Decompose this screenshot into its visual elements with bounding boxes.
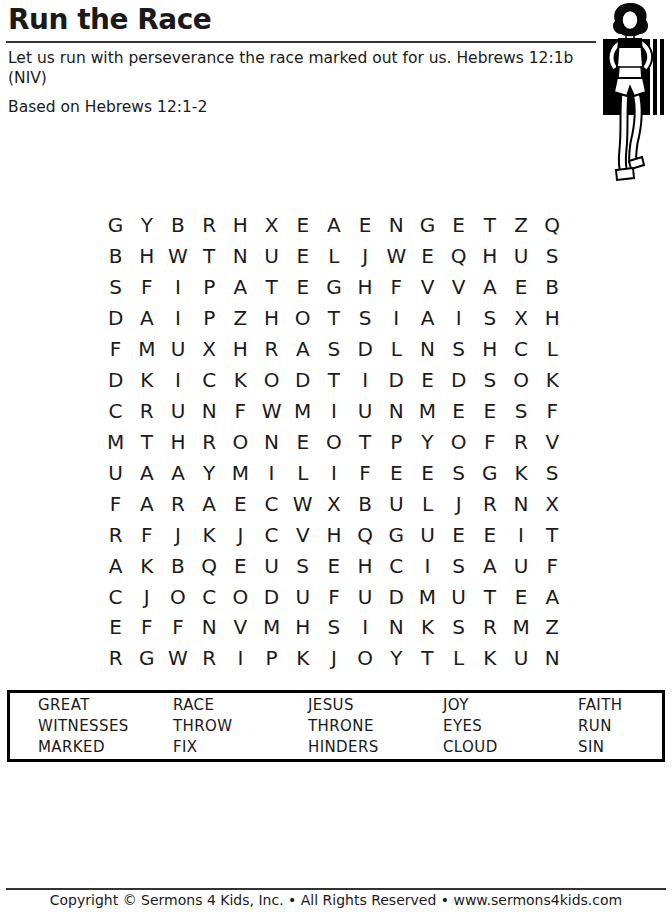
grid-cell-r15c9[interactable]: O [350,643,381,674]
grid-cell-r14c5[interactable]: V [225,612,256,643]
grid-cell-r3c10[interactable]: F [381,272,412,303]
grid-cell-r1c10[interactable]: N [381,210,412,241]
grid-cell-r7c14[interactable]: S [505,396,536,427]
grid-cell-r8c1[interactable]: M [100,426,131,457]
grid-cell-r5c5[interactable]: H [225,334,256,365]
grid-cell-r14c13[interactable]: R [474,612,505,643]
grid-cell-r12c8[interactable]: E [318,550,349,581]
grid-cell-r11c1[interactable]: R [100,519,131,550]
grid-cell-r11c9[interactable]: Q [350,519,381,550]
grid-cell-r9c8[interactable]: I [318,457,349,488]
grid-cell-r5c11[interactable]: N [412,334,443,365]
grid-cell-r3c13[interactable]: A [474,272,505,303]
grid-cell-r7c12[interactable]: E [443,396,474,427]
grid-cell-r15c4[interactable]: R [194,643,225,674]
grid-cell-r5c1[interactable]: F [100,334,131,365]
footer-divider [6,888,666,890]
grid-cell-r4c10[interactable]: I [381,303,412,334]
grid-cell-r3c1[interactable]: S [100,272,131,303]
grid-cell-r13c3[interactable]: O [162,581,193,612]
grid-cell-r6c12[interactable]: D [443,365,474,396]
grid-cell-r15c15[interactable]: N [537,643,568,674]
grid-cell-r3c2[interactable]: F [131,272,162,303]
grid-cell-r11c11[interactable]: U [412,519,443,550]
grid-cell-r6c1[interactable]: D [100,365,131,396]
grid-cell-r5c2[interactable]: M [131,334,162,365]
grid-cell-r14c15[interactable]: Z [537,612,568,643]
grid-cell-r1c6[interactable]: X [256,210,287,241]
grid-cell-r13c14[interactable]: E [505,581,536,612]
grid-cell-r4c13[interactable]: S [474,303,505,334]
grid-cell-r10c11[interactable]: L [412,488,443,519]
grid-cell-r7c3[interactable]: U [162,396,193,427]
grid-cell-r13c4[interactable]: C [194,581,225,612]
word-hinders[interactable]: HINDERS [308,737,443,758]
grid-cell-r7c5[interactable]: F [225,396,256,427]
grid-cell-r11c13[interactable]: E [474,519,505,550]
grid-cell-r6c13[interactable]: S [474,365,505,396]
grid-cell-r13c15[interactable]: A [537,581,568,612]
grid-cell-r6c4[interactable]: C [194,365,225,396]
grid-cell-r15c10[interactable]: Y [381,643,412,674]
grid-cell-r3c3[interactable]: I [162,272,193,303]
grid-cell-r2c6[interactable]: U [256,241,287,272]
grid-cell-r7c11[interactable]: M [412,396,443,427]
grid-cell-r8c4[interactable]: R [194,426,225,457]
grid-cell-r5c3[interactable]: U [162,334,193,365]
grid-cell-r12c9[interactable]: H [350,550,381,581]
word-list-box: GREATRACEJESUSJOYFAITHWITNESSESTHROWTHRO… [7,690,665,762]
word-search-grid[interactable]: GYBRHXEAENGETZQBHWTNUELJWEQHUSSFIPATEGHF… [100,210,568,674]
grid-cell-r5c9[interactable]: D [350,334,381,365]
grid-cell-r3c9[interactable]: H [350,272,381,303]
grid-cell-r7c4[interactable]: N [194,396,225,427]
grid-cell-r8c15[interactable]: V [537,426,568,457]
grid-cell-r1c2[interactable]: Y [131,210,162,241]
grid-cell-r5c6[interactable]: R [256,334,287,365]
grid-cell-r9c13[interactable]: G [474,457,505,488]
grid-cell-r1c12[interactable]: E [443,210,474,241]
grid-cell-r4c6[interactable]: H [256,303,287,334]
grid-cell-r8c6[interactable]: N [256,426,287,457]
grid-cell-r2c3[interactable]: W [162,241,193,272]
grid-cell-r13c9[interactable]: U [350,581,381,612]
grid-cell-r6c3[interactable]: I [162,365,193,396]
word-list: GREATRACEJESUSJOYFAITHWITNESSESTHROWTHRO… [10,695,665,758]
grid-cell-r11c6[interactable]: C [256,519,287,550]
grid-cell-r9c2[interactable]: A [131,457,162,488]
grid-cell-r1c15[interactable]: Q [537,210,568,241]
grid-cell-r7c13[interactable]: E [474,396,505,427]
grid-cell-r10c15[interactable]: X [537,488,568,519]
grid-cell-r6c15[interactable]: K [537,365,568,396]
grid-cell-r2c10[interactable]: W [381,241,412,272]
grid-cell-r14c3[interactable]: F [162,612,193,643]
grid-cell-r7c2[interactable]: R [131,396,162,427]
grid-cell-r7c7[interactable]: M [287,396,318,427]
grid-cell-r8c11[interactable]: Y [412,426,443,457]
runner-icon [592,3,670,187]
grid-cell-r11c10[interactable]: G [381,519,412,550]
grid-cell-r6c5[interactable]: K [225,365,256,396]
grid-cell-r2c12[interactable]: Q [443,241,474,272]
grid-cell-r6c7[interactable]: D [287,365,318,396]
grid-cell-r10c2[interactable]: A [131,488,162,519]
word-faith[interactable]: FAITH [578,695,665,716]
grid-cell-r8c14[interactable]: R [505,426,536,457]
grid-cell-r9c9[interactable]: F [350,457,381,488]
grid-cell-r10c3[interactable]: R [162,488,193,519]
grid-cell-r4c4[interactable]: P [194,303,225,334]
grid-cell-r13c6[interactable]: D [256,581,287,612]
grid-cell-r12c3[interactable]: B [162,550,193,581]
grid-cell-r2c11[interactable]: E [412,241,443,272]
grid-cell-r15c12[interactable]: L [443,643,474,674]
grid-cell-r11c15[interactable]: T [537,519,568,550]
grid-cell-r4c9[interactable]: S [350,303,381,334]
grid-cell-r13c13[interactable]: T [474,581,505,612]
grid-cell-r15c6[interactable]: P [256,643,287,674]
grid-cell-r2c9[interactable]: J [350,241,381,272]
grid-cell-r10c14[interactable]: N [505,488,536,519]
grid-cell-r11c8[interactable]: H [318,519,349,550]
page-title: Run the Race [8,3,211,36]
grid-cell-r13c12[interactable]: U [443,581,474,612]
grid-cell-r10c7[interactable]: W [287,488,318,519]
grid-cell-r9c3[interactable]: A [162,457,193,488]
grid-cell-r9c5[interactable]: M [225,457,256,488]
grid-cell-r4c15[interactable]: H [537,303,568,334]
grid-cell-r3c15[interactable]: B [537,272,568,303]
grid-cell-r6c9[interactable]: I [350,365,381,396]
word-eyes[interactable]: EYES [443,716,578,737]
grid-cell-r10c9[interactable]: B [350,488,381,519]
grid-cell-r14c12[interactable]: S [443,612,474,643]
grid-cell-r13c2[interactable]: J [131,581,162,612]
worksheet-page: Run the Race Let us run with perseveranc… [0,0,672,912]
grid-cell-r7c8[interactable]: I [318,396,349,427]
grid-cell-r6c6[interactable]: O [256,365,287,396]
grid-cell-r4c7[interactable]: O [287,303,318,334]
grid-cell-r1c9[interactable]: E [350,210,381,241]
word-joy[interactable]: JOY [443,695,578,716]
grid-cell-r15c8[interactable]: J [318,643,349,674]
grid-cell-r9c7[interactable]: L [287,457,318,488]
grid-cell-r14c8[interactable]: S [318,612,349,643]
grid-cell-r14c14[interactable]: M [505,612,536,643]
grid-cell-r12c6[interactable]: U [256,550,287,581]
grid-cell-r7c15[interactable]: F [537,396,568,427]
grid-cell-r2c1[interactable]: B [100,241,131,272]
grid-cell-r10c4[interactable]: A [194,488,225,519]
word-marked[interactable]: MARKED [38,737,173,758]
grid-cell-r10c6[interactable]: C [256,488,287,519]
grid-cell-r14c6[interactable]: M [256,612,287,643]
grid-cell-r15c2[interactable]: G [131,643,162,674]
grid-cell-r13c1[interactable]: C [100,581,131,612]
grid-cell-r5c7[interactable]: A [287,334,318,365]
grid-cell-r12c13[interactable]: A [474,550,505,581]
grid-cell-r1c4[interactable]: R [194,210,225,241]
grid-cell-r9c4[interactable]: Y [194,457,225,488]
grid-cell-r7c10[interactable]: N [381,396,412,427]
grid-cell-r5c14[interactable]: C [505,334,536,365]
grid-cell-r1c5[interactable]: H [225,210,256,241]
word-run[interactable]: RUN [578,716,665,737]
grid-cell-r3c6[interactable]: T [256,272,287,303]
grid-cell-r6c14[interactable]: O [505,365,536,396]
grid-cell-r8c13[interactable]: F [474,426,505,457]
grid-cell-r7c1[interactable]: C [100,396,131,427]
grid-cell-r8c9[interactable]: T [350,426,381,457]
grid-cell-r9c1[interactable]: U [100,457,131,488]
grid-cell-r4c11[interactable]: A [412,303,443,334]
grid-cell-r12c7[interactable]: S [287,550,318,581]
word-throne[interactable]: THRONE [308,716,443,737]
grid-cell-r15c13[interactable]: K [474,643,505,674]
grid-cell-r12c12[interactable]: S [443,550,474,581]
grid-cell-r4c12[interactable]: I [443,303,474,334]
grid-cell-r8c12[interactable]: O [443,426,474,457]
grid-cell-r5c8[interactable]: S [318,334,349,365]
grid-cell-r9c12[interactable]: S [443,457,474,488]
grid-cell-r3c14[interactable]: E [505,272,536,303]
grid-cell-r11c5[interactable]: J [225,519,256,550]
grid-cell-r11c12[interactable]: E [443,519,474,550]
grid-cell-r1c1[interactable]: G [100,210,131,241]
word-race[interactable]: RACE [173,695,308,716]
grid-cell-r10c12[interactable]: J [443,488,474,519]
grid-cell-r12c1[interactable]: A [100,550,131,581]
grid-cell-r4c14[interactable]: X [505,303,536,334]
grid-cell-r8c10[interactable]: P [381,426,412,457]
grid-cell-r11c3[interactable]: J [162,519,193,550]
grid-cell-r5c13[interactable]: H [474,334,505,365]
grid-cell-r3c7[interactable]: E [287,272,318,303]
grid-cell-r15c3[interactable]: W [162,643,193,674]
grid-cell-r3c12[interactable]: V [443,272,474,303]
grid-cell-r1c14[interactable]: Z [505,210,536,241]
grid-cell-r9c11[interactable]: E [412,457,443,488]
grid-cell-r1c8[interactable]: A [318,210,349,241]
grid-cell-r12c4[interactable]: Q [194,550,225,581]
grid-cell-r9c15[interactable]: S [537,457,568,488]
grid-cell-r15c11[interactable]: T [412,643,443,674]
word-sin[interactable]: SIN [578,737,665,758]
grid-cell-r4c8[interactable]: T [318,303,349,334]
grid-cell-r4c5[interactable]: Z [225,303,256,334]
grid-cell-r14c11[interactable]: K [412,612,443,643]
grid-cell-r2c8[interactable]: L [318,241,349,272]
grid-cell-r2c7[interactable]: E [287,241,318,272]
grid-cell-r15c5[interactable]: I [225,643,256,674]
grid-cell-r1c3[interactable]: B [162,210,193,241]
grid-cell-r14c2[interactable]: F [131,612,162,643]
runner-illustration [592,3,670,187]
grid-cell-r12c15[interactable]: F [537,550,568,581]
grid-cell-r8c7[interactable]: E [287,426,318,457]
grid-cell-r7c6[interactable]: W [256,396,287,427]
word-witnesses[interactable]: WITNESSES [38,716,173,737]
grid-cell-r14c10[interactable]: N [381,612,412,643]
grid-cell-r2c15[interactable]: S [537,241,568,272]
grid-cell-r8c5[interactable]: O [225,426,256,457]
grid-cell-r6c8[interactable]: T [318,365,349,396]
grid-cell-r6c2[interactable]: K [131,365,162,396]
grid-cell-r3c11[interactable]: V [412,272,443,303]
title-divider [6,41,596,43]
grid-cell-r1c13[interactable]: T [474,210,505,241]
grid-cell-r10c5[interactable]: E [225,488,256,519]
grid-cell-r8c8[interactable]: O [318,426,349,457]
grid-cell-r14c9[interactable]: I [350,612,381,643]
grid-cell-r5c12[interactable]: S [443,334,474,365]
word-throw[interactable]: THROW [173,716,308,737]
copyright-text: Copyright © Sermons 4 Kids, Inc. • All R… [0,892,672,908]
word-great[interactable]: GREAT [38,695,173,716]
grid-cell-r4c2[interactable]: A [131,303,162,334]
grid-cell-r1c7[interactable]: E [287,210,318,241]
grid-cell-r10c8[interactable]: X [318,488,349,519]
grid-cell-r13c10[interactable]: D [381,581,412,612]
grid-cell-r2c5[interactable]: N [225,241,256,272]
verse-text: Let us run with perseverance the race ma… [8,49,594,88]
grid-cell-r7c9[interactable]: U [350,396,381,427]
grid-cell-r15c7[interactable]: K [287,643,318,674]
grid-cell-r3c8[interactable]: G [318,272,349,303]
grid-cell-r10c1[interactable]: F [100,488,131,519]
grid-cell-r5c10[interactable]: L [381,334,412,365]
grid-cell-r9c6[interactable]: I [256,457,287,488]
grid-cell-r6c11[interactable]: E [412,365,443,396]
grid-cell-r12c14[interactable]: U [505,550,536,581]
grid-cell-r4c1[interactable]: D [100,303,131,334]
word-fix[interactable]: FIX [173,737,308,758]
grid-cell-r12c5[interactable]: E [225,550,256,581]
grid-cell-r11c4[interactable]: K [194,519,225,550]
grid-cell-r2c4[interactable]: T [194,241,225,272]
grid-cell-r12c10[interactable]: C [381,550,412,581]
word-jesus[interactable]: JESUS [308,695,443,716]
grid-cell-r11c7[interactable]: V [287,519,318,550]
grid-cell-r8c3[interactable]: H [162,426,193,457]
grid-cell-r13c5[interactable]: O [225,581,256,612]
grid-cell-r1c11[interactable]: G [412,210,443,241]
grid-cell-r11c2[interactable]: F [131,519,162,550]
grid-cell-r9c10[interactable]: E [381,457,412,488]
grid-cell-r6c10[interactable]: D [381,365,412,396]
grid-cell-r3c4[interactable]: P [194,272,225,303]
grid-cell-r5c15[interactable]: L [537,334,568,365]
grid-cell-r12c11[interactable]: I [412,550,443,581]
grid-cell-r2c14[interactable]: U [505,241,536,272]
grid-cell-r8c2[interactable]: T [131,426,162,457]
grid-cell-r13c7[interactable]: U [287,581,318,612]
grid-cell-r11c14[interactable]: I [505,519,536,550]
grid-cell-r14c4[interactable]: N [194,612,225,643]
grid-cell-r2c13[interactable]: H [474,241,505,272]
grid-cell-r13c8[interactable]: F [318,581,349,612]
grid-cell-r14c7[interactable]: H [287,612,318,643]
grid-cell-r3c5[interactable]: A [225,272,256,303]
grid-cell-r10c10[interactable]: U [381,488,412,519]
grid-cell-r14c1[interactable]: E [100,612,131,643]
grid-cell-r5c4[interactable]: X [194,334,225,365]
word-cloud[interactable]: CLOUD [443,737,578,758]
grid-cell-r13c11[interactable]: M [412,581,443,612]
based-on-text: Based on Hebrews 12:1-2 [8,98,207,116]
grid-cell-r15c14[interactable]: U [505,643,536,674]
grid-cell-r2c2[interactable]: H [131,241,162,272]
grid-cell-r9c14[interactable]: K [505,457,536,488]
grid-cell-r15c1[interactable]: R [100,643,131,674]
grid-cell-r10c13[interactable]: R [474,488,505,519]
grid-cell-r12c2[interactable]: K [131,550,162,581]
grid-cell-r4c3[interactable]: I [162,303,193,334]
